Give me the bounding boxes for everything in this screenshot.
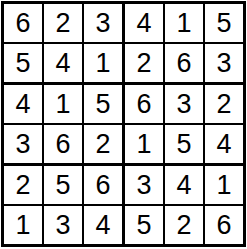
sudoku-cell-r3c5: 3 (165, 85, 205, 125)
sudoku-cell-r6c4: 5 (125, 206, 165, 244)
sudoku-cell-r2c5: 6 (165, 44, 205, 85)
sudoku-board: 623415541263415632362154256341134526 (1, 1, 246, 247)
sudoku-cell-r4c2: 6 (44, 125, 84, 166)
sudoku-cell-r1c3: 3 (84, 4, 125, 44)
sudoku-cell-r1c2: 2 (44, 4, 84, 44)
sudoku-cell-r6c1: 1 (4, 206, 44, 244)
sudoku-cell-r1c5: 1 (165, 4, 205, 44)
sudoku-cell-r1c4: 4 (125, 4, 165, 44)
sudoku-cell-r3c6: 2 (205, 85, 243, 125)
sudoku-cell-r1c1: 6 (4, 4, 44, 44)
sudoku-cell-r4c3: 2 (84, 125, 125, 166)
sudoku-cell-r4c6: 4 (205, 125, 243, 166)
sudoku-cell-r3c2: 1 (44, 85, 84, 125)
sudoku-cell-r6c5: 2 (165, 206, 205, 244)
sudoku-cell-r6c2: 3 (44, 206, 84, 244)
sudoku-cell-r2c3: 1 (84, 44, 125, 85)
sudoku-cell-r4c4: 1 (125, 125, 165, 166)
sudoku-cell-r5c3: 6 (84, 166, 125, 206)
sudoku-cell-r6c3: 4 (84, 206, 125, 244)
sudoku-cell-r3c3: 5 (84, 85, 125, 125)
sudoku-cell-r5c5: 4 (165, 166, 205, 206)
sudoku-cell-r2c2: 4 (44, 44, 84, 85)
sudoku-board-wrapper: 623415541263415632362154256341134526 (0, 0, 247, 248)
sudoku-cell-r1c6: 5 (205, 4, 243, 44)
sudoku-cell-r5c2: 5 (44, 166, 84, 206)
sudoku-cell-r6c6: 6 (205, 206, 243, 244)
sudoku-cell-r5c1: 2 (4, 166, 44, 206)
sudoku-cell-r3c4: 6 (125, 85, 165, 125)
sudoku-cell-r2c1: 5 (4, 44, 44, 85)
sudoku-cell-r2c6: 3 (205, 44, 243, 85)
sudoku-cell-r5c6: 1 (205, 166, 243, 206)
sudoku-cell-r4c5: 5 (165, 125, 205, 166)
sudoku-cell-r3c1: 4 (4, 85, 44, 125)
sudoku-cell-r5c4: 3 (125, 166, 165, 206)
sudoku-cell-r4c1: 3 (4, 125, 44, 166)
sudoku-cell-r2c4: 2 (125, 44, 165, 85)
